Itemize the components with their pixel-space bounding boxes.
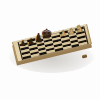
product-photo: ♝♚♟♟♞♟♟♞: [0, 0, 100, 100]
square-h1: [79, 42, 88, 46]
